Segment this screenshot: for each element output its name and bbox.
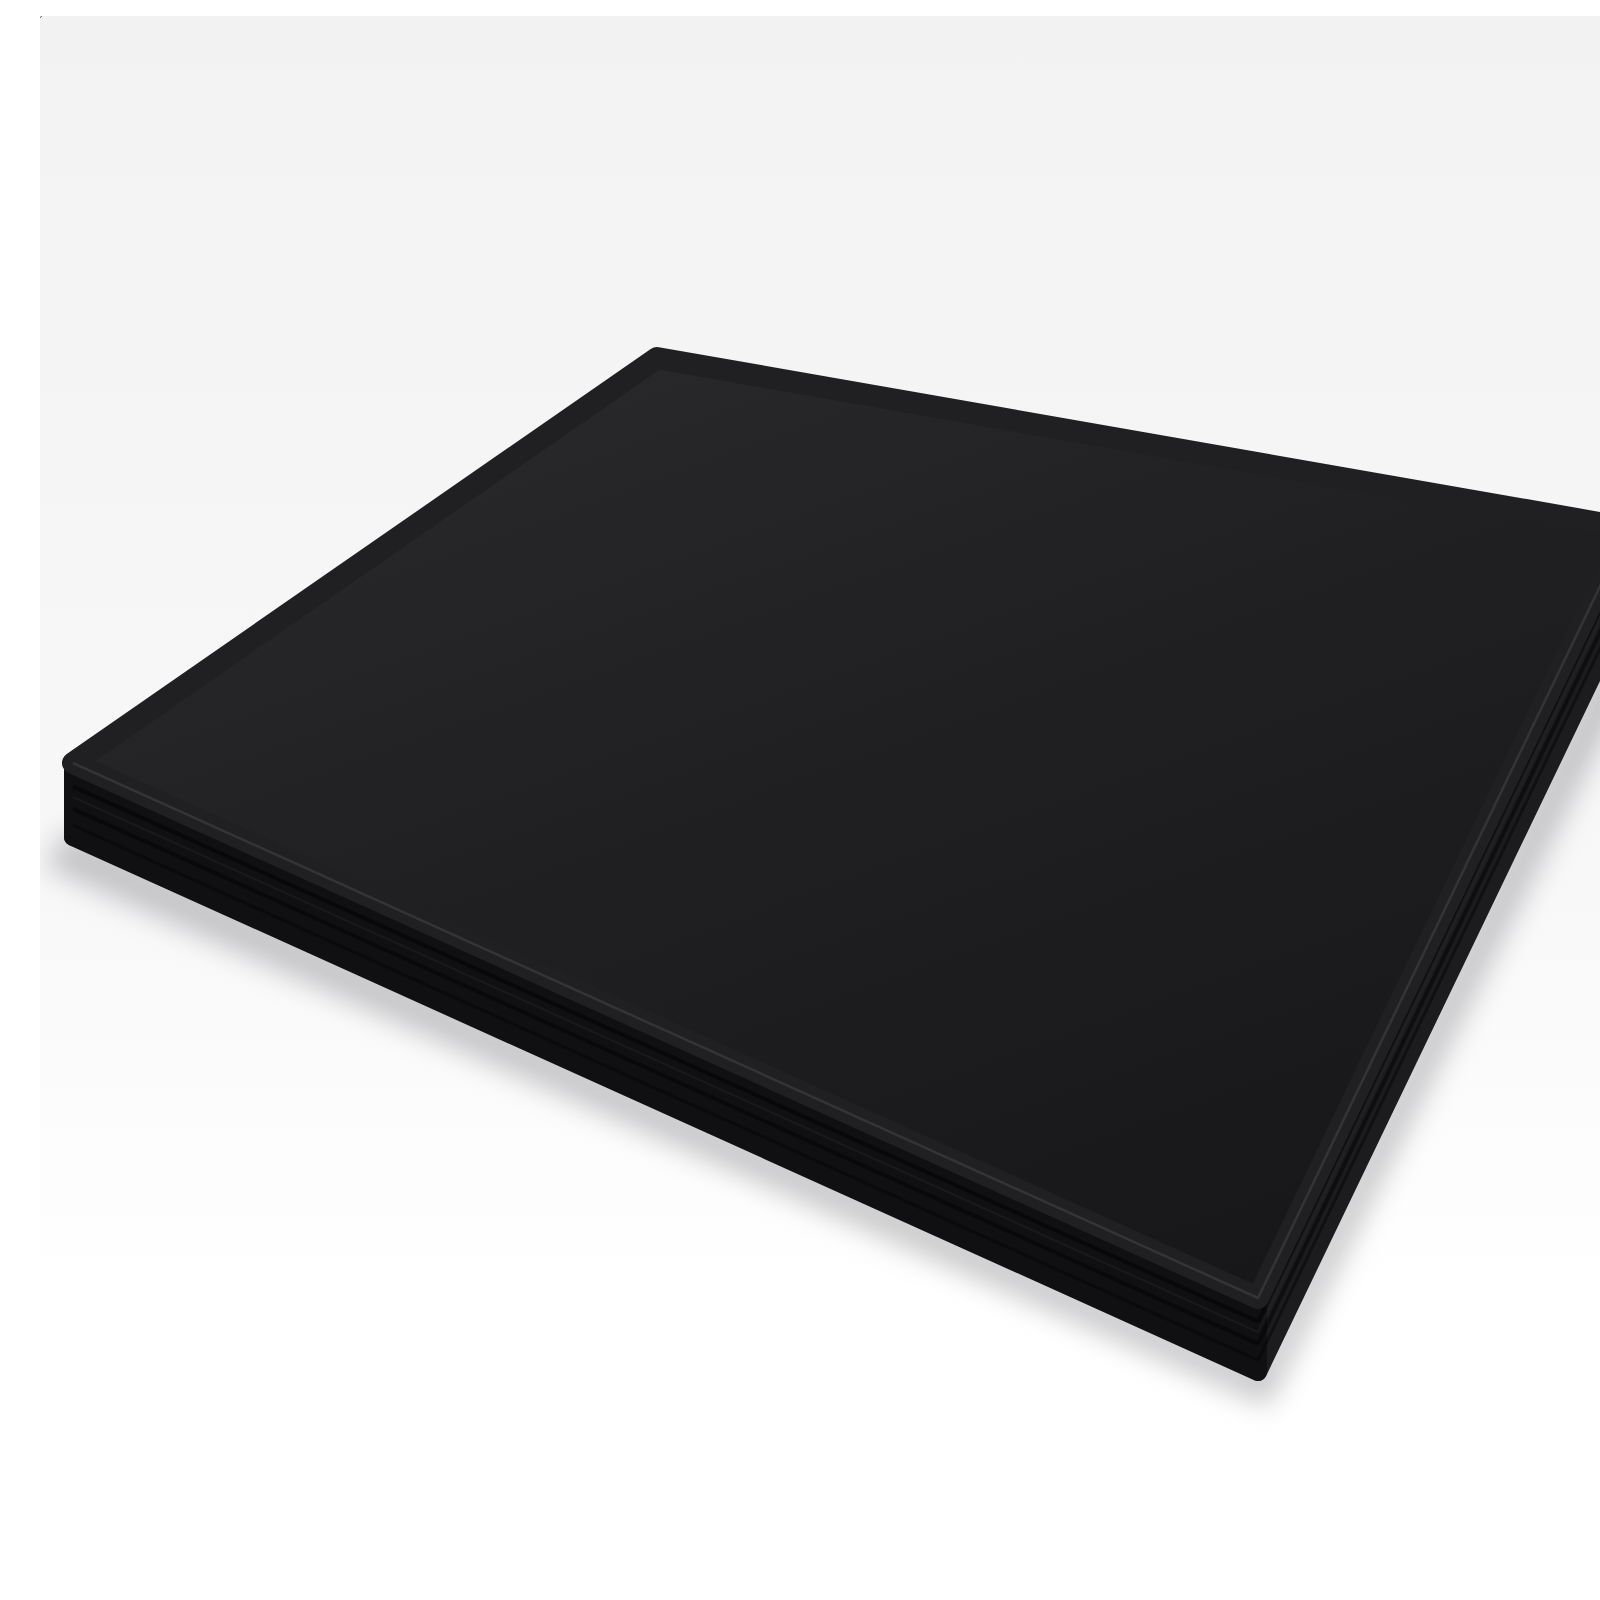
- photo-canvas: Coffee Coffee Coffee Coffee: [40, 16, 1600, 1600]
- coffee-pod-tray-scene: Coffee Coffee Coffee Coffee: [40, 16, 1600, 1600]
- kcup-tray-product-photo: Coffee Coffee Coffee Coffee: [40, 16, 1600, 1600]
